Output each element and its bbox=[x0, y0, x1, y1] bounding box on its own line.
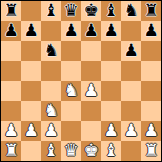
square-g5[interactable] bbox=[121, 61, 141, 81]
square-b1[interactable] bbox=[21, 141, 41, 161]
square-c3[interactable]: ♞ bbox=[41, 101, 61, 121]
square-g7[interactable] bbox=[121, 21, 141, 41]
piece-black-rook[interactable]: ♜ bbox=[3, 1, 18, 20]
square-d4[interactable]: ♞ bbox=[61, 81, 81, 101]
square-f2[interactable]: ♟ bbox=[101, 121, 121, 141]
square-c4[interactable] bbox=[41, 81, 61, 101]
piece-black-king[interactable]: ♚ bbox=[83, 1, 98, 20]
square-h4[interactable] bbox=[141, 81, 161, 101]
square-a6[interactable] bbox=[1, 41, 21, 61]
square-c2[interactable]: ♟ bbox=[41, 121, 61, 141]
square-b8[interactable] bbox=[21, 1, 41, 21]
square-d2[interactable] bbox=[61, 121, 81, 141]
square-c8[interactable]: ♝ bbox=[41, 1, 61, 21]
piece-white-queen[interactable]: ♛ bbox=[63, 141, 78, 160]
piece-white-bishop[interactable]: ♝ bbox=[103, 141, 118, 160]
square-f1[interactable]: ♝ bbox=[101, 141, 121, 161]
square-b6[interactable] bbox=[21, 41, 41, 61]
square-b5[interactable] bbox=[21, 61, 41, 81]
piece-white-bishop[interactable]: ♝ bbox=[43, 141, 58, 160]
piece-black-knight[interactable]: ♞ bbox=[43, 41, 58, 60]
piece-white-pawn[interactable]: ♟ bbox=[83, 81, 98, 100]
piece-black-pawn[interactable]: ♟ bbox=[123, 41, 138, 60]
square-e7[interactable]: ♟ bbox=[81, 21, 101, 41]
square-e8[interactable]: ♚ bbox=[81, 1, 101, 21]
square-h6[interactable] bbox=[141, 41, 161, 61]
square-h1[interactable]: ♜ bbox=[141, 141, 161, 161]
square-d1[interactable]: ♛ bbox=[61, 141, 81, 161]
chess-board: ♜♝♛♚♝♞♜♟♟♟♟♟♟♞♟♞♟♞♟♟♟♟♟♟♜♝♛♚♝♜ bbox=[0, 0, 162, 162]
piece-black-pawn[interactable]: ♟ bbox=[83, 21, 98, 40]
piece-white-knight[interactable]: ♞ bbox=[43, 101, 58, 120]
square-b7[interactable]: ♟ bbox=[21, 21, 41, 41]
square-f8[interactable]: ♝ bbox=[101, 1, 121, 21]
square-g3[interactable] bbox=[121, 101, 141, 121]
square-a7[interactable]: ♟ bbox=[1, 21, 21, 41]
square-f5[interactable] bbox=[101, 61, 121, 81]
square-h5[interactable] bbox=[141, 61, 161, 81]
square-b2[interactable]: ♟ bbox=[21, 121, 41, 141]
square-e3[interactable] bbox=[81, 101, 101, 121]
square-a8[interactable]: ♜ bbox=[1, 1, 21, 21]
square-d7[interactable]: ♟ bbox=[61, 21, 81, 41]
piece-black-pawn[interactable]: ♟ bbox=[103, 21, 118, 40]
square-c7[interactable] bbox=[41, 21, 61, 41]
piece-black-bishop[interactable]: ♝ bbox=[103, 1, 118, 20]
square-a5[interactable] bbox=[1, 61, 21, 81]
piece-black-queen[interactable]: ♛ bbox=[63, 1, 78, 20]
piece-white-pawn[interactable]: ♟ bbox=[123, 121, 138, 140]
piece-white-rook[interactable]: ♜ bbox=[143, 141, 158, 160]
piece-white-pawn[interactable]: ♟ bbox=[43, 121, 58, 140]
square-c1[interactable]: ♝ bbox=[41, 141, 61, 161]
square-b4[interactable] bbox=[21, 81, 41, 101]
square-g2[interactable]: ♟ bbox=[121, 121, 141, 141]
square-a2[interactable]: ♟ bbox=[1, 121, 21, 141]
piece-white-pawn[interactable]: ♟ bbox=[103, 121, 118, 140]
square-d3[interactable] bbox=[61, 101, 81, 121]
square-d6[interactable] bbox=[61, 41, 81, 61]
square-e6[interactable] bbox=[81, 41, 101, 61]
square-f6[interactable] bbox=[101, 41, 121, 61]
square-e1[interactable]: ♚ bbox=[81, 141, 101, 161]
square-e4[interactable]: ♟ bbox=[81, 81, 101, 101]
piece-black-rook[interactable]: ♜ bbox=[143, 1, 158, 20]
square-h7[interactable]: ♟ bbox=[141, 21, 161, 41]
piece-black-knight[interactable]: ♞ bbox=[123, 1, 138, 20]
square-d8[interactable]: ♛ bbox=[61, 1, 81, 21]
square-a3[interactable] bbox=[1, 101, 21, 121]
piece-white-king[interactable]: ♚ bbox=[83, 141, 98, 160]
square-e5[interactable] bbox=[81, 61, 101, 81]
square-g8[interactable]: ♞ bbox=[121, 1, 141, 21]
piece-white-rook[interactable]: ♜ bbox=[3, 141, 18, 160]
square-h8[interactable]: ♜ bbox=[141, 1, 161, 21]
square-h2[interactable]: ♟ bbox=[141, 121, 161, 141]
piece-white-pawn[interactable]: ♟ bbox=[3, 121, 18, 140]
square-d5[interactable] bbox=[61, 61, 81, 81]
square-f3[interactable] bbox=[101, 101, 121, 121]
square-g1[interactable] bbox=[121, 141, 141, 161]
square-f4[interactable] bbox=[101, 81, 121, 101]
square-c6[interactable]: ♞ bbox=[41, 41, 61, 61]
piece-black-pawn[interactable]: ♟ bbox=[3, 21, 18, 40]
piece-black-pawn[interactable]: ♟ bbox=[63, 21, 78, 40]
square-b3[interactable] bbox=[21, 101, 41, 121]
square-h3[interactable] bbox=[141, 101, 161, 121]
piece-black-pawn[interactable]: ♟ bbox=[143, 21, 158, 40]
piece-white-pawn[interactable]: ♟ bbox=[143, 121, 158, 140]
square-a1[interactable]: ♜ bbox=[1, 141, 21, 161]
square-g6[interactable]: ♟ bbox=[121, 41, 141, 61]
square-a4[interactable] bbox=[1, 81, 21, 101]
piece-black-bishop[interactable]: ♝ bbox=[43, 1, 58, 20]
piece-white-pawn[interactable]: ♟ bbox=[23, 121, 38, 140]
square-f7[interactable]: ♟ bbox=[101, 21, 121, 41]
square-c5[interactable] bbox=[41, 61, 61, 81]
square-g4[interactable] bbox=[121, 81, 141, 101]
square-e2[interactable] bbox=[81, 121, 101, 141]
piece-white-knight[interactable]: ♞ bbox=[63, 81, 78, 100]
piece-black-pawn[interactable]: ♟ bbox=[23, 21, 38, 40]
